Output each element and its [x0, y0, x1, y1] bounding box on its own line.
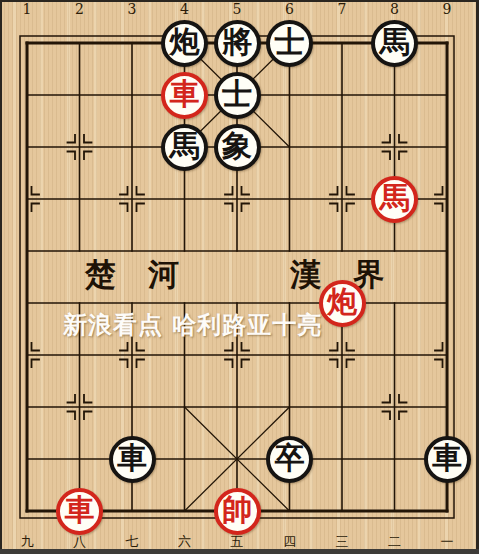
piece-black-cannon[interactable]: 炮 — [161, 20, 208, 67]
piece-glyph: 卒 — [275, 443, 305, 473]
piece-glyph: 象 — [222, 131, 252, 161]
piece-black-general[interactable]: 將 — [214, 20, 261, 67]
file-label-top-8: 8 — [390, 1, 399, 17]
piece-black-chariot[interactable]: 車 — [424, 436, 471, 483]
file-label-top-6: 6 — [285, 1, 294, 17]
piece-glyph: 車 — [170, 79, 200, 109]
piece-red-chariot[interactable]: 車 — [161, 72, 208, 119]
piece-black-chariot[interactable]: 車 — [109, 436, 156, 483]
file-label-top-7: 7 — [338, 1, 347, 17]
piece-black-horse[interactable]: 馬 — [161, 124, 208, 171]
file-label-bottom-4: 六 — [178, 534, 191, 549]
file-label-bottom-7: 三 — [336, 534, 349, 549]
piece-red-cannon[interactable]: 炮 — [319, 280, 366, 327]
file-label-top-9: 9 — [443, 1, 452, 17]
piece-glyph: 炮 — [170, 27, 200, 57]
file-label-bottom-9: 一 — [441, 534, 454, 549]
file-label-top-3: 3 — [128, 1, 137, 17]
file-label-bottom-8: 二 — [388, 534, 401, 549]
piece-glyph: 車 — [432, 443, 462, 473]
piece-glyph: 車 — [117, 443, 147, 473]
piece-black-advisor[interactable]: 士 — [266, 20, 313, 67]
piece-black-pawn[interactable]: 卒 — [266, 436, 313, 483]
piece-red-general[interactable]: 帥 — [214, 488, 261, 535]
piece-glyph: 帥 — [222, 495, 252, 525]
piece-red-chariot[interactable]: 車 — [56, 488, 103, 535]
xiangqi-board[interactable]: 123456789 九八七六五四三二一 楚河 漢界 炮將士馬車士馬象馬炮車卒車車… — [0, 0, 479, 554]
piece-glyph: 馬 — [380, 183, 410, 213]
piece-glyph: 馬 — [380, 27, 410, 57]
piece-black-horse[interactable]: 馬 — [371, 20, 418, 67]
xiangqi-photo: 123456789 九八七六五四三二一 楚河 漢界 炮將士馬車士馬象馬炮車卒車車… — [0, 0, 479, 554]
piece-red-horse[interactable]: 馬 — [371, 176, 418, 223]
file-label-top-4: 4 — [180, 1, 189, 17]
piece-glyph: 馬 — [170, 131, 200, 161]
piece-glyph: 士 — [222, 79, 252, 109]
piece-glyph: 士 — [275, 27, 305, 57]
piece-black-advisor[interactable]: 士 — [214, 72, 261, 119]
file-label-bottom-3: 七 — [126, 534, 139, 549]
river-label-chu-he: 楚河 — [85, 259, 211, 290]
file-label-bottom-6: 四 — [283, 534, 296, 549]
piece-glyph: 將 — [222, 27, 252, 57]
file-label-bottom-1: 九 — [21, 534, 34, 549]
file-label-bottom-2: 八 — [73, 534, 86, 549]
piece-glyph: 車 — [65, 495, 95, 525]
piece-black-elephant[interactable]: 象 — [214, 124, 261, 171]
file-label-bottom-5: 五 — [231, 534, 244, 549]
piece-glyph: 炮 — [327, 287, 357, 317]
watermark: 新浪看点 哈利路亚十亮 — [63, 311, 322, 339]
file-label-top-2: 2 — [75, 1, 84, 17]
file-label-top-1: 1 — [23, 1, 32, 17]
file-label-top-5: 5 — [233, 1, 242, 17]
